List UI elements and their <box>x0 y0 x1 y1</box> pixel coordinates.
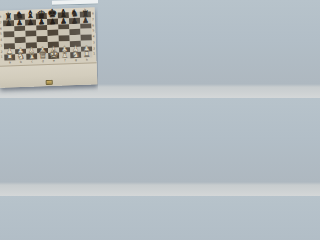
coordinate-label: h <box>81 58 92 61</box>
piece-black-pawn[interactable]: ♟ <box>60 17 67 25</box>
piece-white-knight[interactable]: ♞ <box>17 51 25 60</box>
square-f1[interactable]: ♝ <box>59 52 70 58</box>
background-edge <box>52 0 98 6</box>
piece-black-pawn[interactable]: ♟ <box>16 18 23 26</box>
piece-black-pawn[interactable]: ♟ <box>38 18 45 26</box>
square-b1[interactable]: ♞ <box>15 54 26 60</box>
square-d1[interactable]: ♛ <box>37 53 48 59</box>
square-g1[interactable]: ♞ <box>70 52 81 58</box>
box-front-edge <box>0 62 97 87</box>
piece-white-bishop[interactable]: ♝ <box>27 50 36 60</box>
piece-white-king[interactable]: ♚ <box>49 48 59 59</box>
coordinate-label: f <box>59 59 70 62</box>
square-c1[interactable]: ♝ <box>26 54 37 60</box>
piece-black-pawn[interactable]: ♟ <box>71 16 78 24</box>
piece-white-queen[interactable]: ♛ <box>38 49 48 60</box>
chess-board[interactable]: ♜♞♝♛♚♝♞♜♟♟♟♟♟♟♟♟♟♟♟♟♟♟♟♟♜♞♝♛♚♝♞♜ <box>3 11 93 60</box>
coordinate-label: b <box>15 61 26 64</box>
coordinate-label: g <box>70 59 81 62</box>
piece-white-bishop[interactable]: ♝ <box>60 49 69 59</box>
board-middle: 87654321 ♜♞♝♛♚♝♞♜♟♟♟♟♟♟♟♟♟♟♟♟♟♟♟♟♜♞♝♛♚♝♞… <box>0 11 96 60</box>
piece-white-rook[interactable]: ♜ <box>83 50 91 59</box>
square-a1[interactable]: ♜ <box>4 54 15 60</box>
piece-white-rook[interactable]: ♜ <box>6 52 14 61</box>
coordinate-label: a <box>4 61 15 64</box>
coordinate-label: c <box>26 60 37 63</box>
piece-black-pawn[interactable]: ♟ <box>5 19 12 27</box>
piece-black-pawn[interactable]: ♟ <box>49 17 56 25</box>
piece-white-knight[interactable]: ♞ <box>72 49 80 58</box>
piece-black-pawn[interactable]: ♟ <box>27 18 34 26</box>
piece-black-pawn[interactable]: ♟ <box>82 16 89 24</box>
square-h1[interactable]: ♜ <box>81 52 92 58</box>
square-e1[interactable]: ♚ <box>48 53 59 59</box>
chess-box: abcdefgh 87654321 ♜♞♝♛♚♝♞♜♟♟♟♟♟♟♟♟♟♟♟♟♟♟… <box>0 7 97 87</box>
photo-scene: abcdefgh 87654321 ♜♞♝♛♚♝♞♜♟♟♟♟♟♟♟♟♟♟♟♟♟♟… <box>0 0 98 98</box>
coordinate-label: d <box>37 60 48 63</box>
box-clasp-icon <box>45 80 52 85</box>
